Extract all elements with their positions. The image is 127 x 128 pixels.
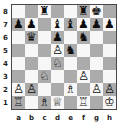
square-b4[interactable]: [25, 57, 38, 70]
square-f3[interactable]: ♙: [77, 70, 90, 83]
white-bishop: ♗: [65, 83, 76, 96]
rank-label-6: 6: [0, 31, 11, 44]
square-f6[interactable]: ♞: [77, 31, 90, 44]
rank-label-4: 4: [0, 57, 11, 70]
square-e5[interactable]: ♞: [64, 44, 77, 57]
file-label-d: d: [51, 111, 64, 124]
white-king: ♔: [104, 96, 115, 109]
black-pawn: ♟: [104, 18, 115, 31]
square-a1[interactable]: ♖: [12, 96, 25, 109]
square-f5[interactable]: [77, 44, 90, 57]
rank-label-8: 8: [0, 5, 11, 18]
black-knight: ♞: [65, 44, 76, 57]
square-b6[interactable]: ♛: [25, 31, 38, 44]
square-a7[interactable]: ♟: [12, 18, 25, 31]
rank-labels: 87654321: [0, 5, 11, 109]
square-b2[interactable]: ♙: [25, 83, 38, 96]
file-label-c: c: [38, 111, 51, 124]
square-a5[interactable]: [12, 44, 25, 57]
file-label-g: g: [90, 111, 103, 124]
rank-label-3: 3: [0, 70, 11, 83]
file-label-e: e: [64, 111, 77, 124]
black-pawn: ♟: [91, 18, 102, 31]
square-b1[interactable]: [25, 96, 38, 109]
black-rook: ♜: [39, 5, 50, 18]
square-c1[interactable]: ♗: [38, 96, 51, 109]
square-g7[interactable]: ♟: [90, 18, 103, 31]
chess-board-diagram: 87654321 ♜♜♚♟♟♝♝♟♟♟♛♟♞♙♞♘♘♙♙♙♗♙♙♖♗♕♖♔ ab…: [0, 0, 127, 128]
square-g6[interactable]: [90, 31, 103, 44]
file-label-b: b: [25, 111, 38, 124]
square-d4[interactable]: ♘: [51, 57, 64, 70]
rank-label-1: 1: [0, 96, 11, 109]
square-f1[interactable]: ♖: [77, 96, 90, 109]
square-a4[interactable]: [12, 57, 25, 70]
square-a6[interactable]: [12, 31, 25, 44]
square-g5[interactable]: [90, 44, 103, 57]
white-pawn: ♙: [91, 83, 102, 96]
square-c6[interactable]: [38, 31, 51, 44]
square-b5[interactable]: [25, 44, 38, 57]
file-labels: abcdefgh: [12, 111, 116, 124]
file-label-h: h: [103, 111, 116, 124]
square-g1[interactable]: [90, 96, 103, 109]
square-e7[interactable]: ♝: [64, 18, 77, 31]
file-label-a: a: [12, 111, 25, 124]
white-pawn: ♙: [78, 70, 89, 83]
square-d1[interactable]: ♕: [51, 96, 64, 109]
square-g4[interactable]: [90, 57, 103, 70]
square-h1[interactable]: ♔: [103, 96, 116, 109]
white-bishop: ♗: [39, 96, 50, 109]
square-c8[interactable]: ♜: [38, 5, 51, 18]
black-pawn: ♟: [13, 18, 24, 31]
white-rook: ♖: [13, 96, 24, 109]
black-knight: ♞: [78, 31, 89, 44]
square-h6[interactable]: [103, 31, 116, 44]
rank-label-2: 2: [0, 83, 11, 96]
square-g2[interactable]: ♙: [90, 83, 103, 96]
white-knight: ♘: [39, 70, 50, 83]
square-h7[interactable]: ♟: [103, 18, 116, 31]
black-queen: ♛: [26, 31, 37, 44]
chess-board: ♜♜♚♟♟♝♝♟♟♟♛♟♞♙♞♘♘♙♙♙♗♙♙♖♗♕♖♔: [11, 4, 117, 110]
file-label-f: f: [77, 111, 90, 124]
white-knight: ♘: [52, 57, 63, 70]
square-c3[interactable]: ♘: [38, 70, 51, 83]
square-d3[interactable]: [51, 70, 64, 83]
square-e1[interactable]: [64, 96, 77, 109]
square-e4[interactable]: [64, 57, 77, 70]
square-c5[interactable]: [38, 44, 51, 57]
black-bishop: ♝: [65, 18, 76, 31]
square-c7[interactable]: [38, 18, 51, 31]
white-queen: ♕: [52, 96, 63, 109]
rank-label-5: 5: [0, 44, 11, 57]
square-h5[interactable]: [103, 44, 116, 57]
rank-label-7: 7: [0, 18, 11, 31]
white-pawn: ♙: [26, 83, 37, 96]
square-e2[interactable]: ♗: [64, 83, 77, 96]
square-h4[interactable]: [103, 57, 116, 70]
white-rook: ♖: [78, 96, 89, 109]
